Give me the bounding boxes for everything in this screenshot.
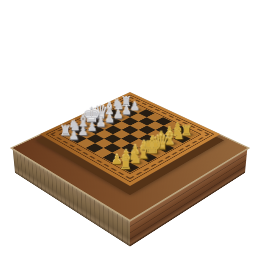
gold-rook: ♜ xyxy=(119,156,133,171)
chess-set-photo: ♜♟♟♜♞♟♟♞♝♟♟♝♛♟♟♛♚♟♟♚♝♟♟♝♞♟♟♞♜♟♟♜ xyxy=(0,0,260,260)
silver-pawn: ♟ xyxy=(68,130,79,142)
